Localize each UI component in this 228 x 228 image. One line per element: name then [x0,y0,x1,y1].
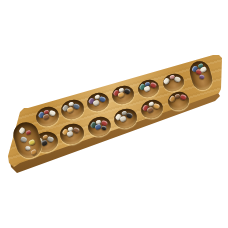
pit-bottom-4[interactable] [112,106,138,129]
gemstone [124,88,131,95]
pit-bottom-5[interactable] [139,98,165,121]
board-cavities [0,0,228,228]
photo-scene [0,0,228,228]
gemstone [25,146,31,151]
gemstone [198,74,204,79]
pit-bottom-6[interactable] [166,90,191,112]
gemstone [17,126,24,134]
pit-top-6[interactable] [161,72,185,93]
gemstone [179,94,186,101]
pit-bottom-2[interactable] [58,122,86,147]
gemstone [174,94,180,99]
gemstone [47,135,54,142]
pit-top-3[interactable] [85,91,111,114]
pit-bottom-3[interactable] [86,114,113,138]
gemstone [126,111,133,118]
gemstone [73,102,80,109]
gemstone [25,130,31,135]
gemstone [99,95,106,102]
pit-top-2[interactable] [59,97,85,120]
pit-top-5[interactable] [136,77,160,99]
store-right[interactable] [187,58,214,91]
gemstone [73,127,80,134]
gemstone [153,102,160,109]
gemstone [174,75,181,82]
gemstone [19,136,26,143]
pit-top-1[interactable] [34,104,61,128]
gemstone [27,138,35,145]
pit-top-4[interactable] [110,84,135,106]
store-left[interactable] [10,119,44,161]
gemstone [117,92,124,99]
gemstone [66,131,73,138]
